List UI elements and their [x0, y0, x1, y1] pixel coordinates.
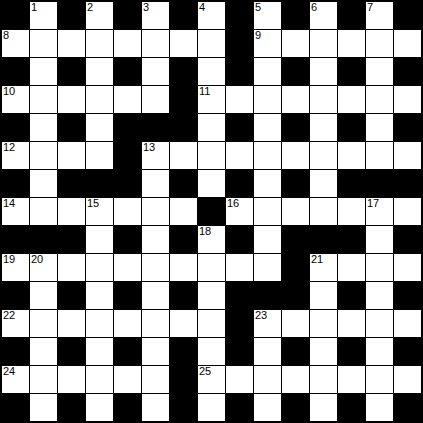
white-cell-r9-c13[interactable] — [366, 254, 393, 281]
white-cell-r4-c1[interactable] — [30, 114, 57, 141]
white-cell-r9-c6[interactable] — [170, 254, 197, 281]
black-cell-r6-c6 — [170, 170, 197, 197]
white-cell-r3-c4[interactable] — [114, 86, 141, 113]
white-cell-r1-c14[interactable] — [394, 30, 421, 57]
white-cell-r5-c11[interactable] — [310, 142, 337, 169]
clue-number-2: 2 — [87, 2, 93, 13]
white-cell-r2-c5[interactable] — [142, 58, 169, 85]
white-cell-r14-c1[interactable] — [30, 394, 57, 421]
white-cell-r7-c2[interactable] — [58, 198, 85, 225]
white-cell-r8-c7[interactable]: 18 — [198, 226, 225, 253]
white-cell-r7-c6[interactable] — [170, 198, 197, 225]
white-cell-r11-c0[interactable]: 22 — [2, 310, 29, 337]
clue-number-11: 11 — [199, 86, 210, 97]
white-cell-r1-c2[interactable] — [58, 30, 85, 57]
white-cell-r13-c1[interactable] — [30, 366, 57, 393]
black-cell-r4-c8 — [226, 114, 253, 141]
white-cell-r3-c8[interactable] — [226, 86, 253, 113]
white-cell-r12-c3[interactable] — [86, 338, 113, 365]
white-cell-r1-c13[interactable] — [366, 30, 393, 57]
white-cell-r11-c9[interactable]: 23 — [254, 310, 281, 337]
black-cell-r2-c12 — [338, 58, 365, 85]
clue-number-4: 4 — [199, 2, 205, 13]
white-cell-r10-c1[interactable] — [30, 282, 57, 309]
white-cell-r4-c13[interactable] — [366, 114, 393, 141]
black-cell-r12-c6 — [170, 338, 197, 365]
black-cell-r6-c13 — [366, 170, 393, 197]
white-cell-r8-c13[interactable] — [366, 226, 393, 253]
black-cell-r10-c6 — [170, 282, 197, 309]
crossword-board: 1234567891011121314151617181920212223242… — [0, 0, 423, 423]
white-cell-r12-c13[interactable] — [366, 338, 393, 365]
black-cell-r6-c12 — [338, 170, 365, 197]
clue-number-14: 14 — [3, 198, 15, 209]
black-cell-r0-c0 — [2, 2, 29, 29]
black-cell-r0-c8 — [226, 2, 253, 29]
black-cell-r7-c7 — [198, 198, 225, 225]
black-cell-r8-c2 — [58, 226, 85, 253]
black-cell-r12-c4 — [114, 338, 141, 365]
white-cell-r13-c10[interactable] — [282, 366, 309, 393]
white-cell-r13-c7[interactable]: 25 — [198, 366, 225, 393]
white-cell-r11-c1[interactable] — [30, 310, 57, 337]
white-cell-r4-c11[interactable] — [310, 114, 337, 141]
white-cell-r4-c9[interactable] — [254, 114, 281, 141]
black-cell-r12-c14 — [394, 338, 421, 365]
white-cell-r1-c12[interactable] — [338, 30, 365, 57]
white-cell-r11-c3[interactable] — [86, 310, 113, 337]
white-cell-r13-c0[interactable]: 24 — [2, 366, 29, 393]
white-cell-r1-c0[interactable]: 8 — [2, 30, 29, 57]
white-cell-r7-c3[interactable]: 15 — [86, 198, 113, 225]
black-cell-r6-c8 — [226, 170, 253, 197]
white-cell-r5-c9[interactable] — [254, 142, 281, 169]
white-cell-r14-c9[interactable] — [254, 394, 281, 421]
white-cell-r10-c3[interactable] — [86, 282, 113, 309]
black-cell-r2-c2 — [58, 58, 85, 85]
black-cell-r8-c6 — [170, 226, 197, 253]
white-cell-r11-c5[interactable] — [142, 310, 169, 337]
black-cell-r0-c14 — [394, 2, 421, 29]
white-cell-r5-c1[interactable] — [30, 142, 57, 169]
white-cell-r7-c1[interactable] — [30, 198, 57, 225]
white-cell-r12-c1[interactable] — [30, 338, 57, 365]
white-cell-r2-c7[interactable] — [198, 58, 225, 85]
black-cell-r14-c8 — [226, 394, 253, 421]
white-cell-r7-c8[interactable]: 16 — [226, 198, 253, 225]
black-cell-r4-c5 — [142, 114, 169, 141]
white-cell-r5-c7[interactable] — [198, 142, 225, 169]
white-cell-r14-c5[interactable] — [142, 394, 169, 421]
white-cell-r14-c13[interactable] — [366, 394, 393, 421]
white-cell-r14-c3[interactable] — [86, 394, 113, 421]
white-cell-r9-c3[interactable] — [86, 254, 113, 281]
white-cell-r9-c11[interactable]: 21 — [310, 254, 337, 281]
white-cell-r6-c11[interactable] — [310, 170, 337, 197]
black-cell-r2-c6 — [170, 58, 197, 85]
black-cell-r12-c0 — [2, 338, 29, 365]
black-cell-r3-c6 — [170, 86, 197, 113]
white-cell-r11-c12[interactable] — [338, 310, 365, 337]
clue-number-15: 15 — [87, 198, 99, 209]
clue-number-24: 24 — [3, 366, 15, 377]
black-cell-r6-c3 — [86, 170, 113, 197]
clue-number-1: 1 — [31, 2, 37, 13]
white-cell-r5-c2[interactable] — [58, 142, 85, 169]
white-cell-r12-c11[interactable] — [310, 338, 337, 365]
white-cell-r9-c9[interactable] — [254, 254, 281, 281]
white-cell-r12-c5[interactable] — [142, 338, 169, 365]
black-cell-r4-c14 — [394, 114, 421, 141]
white-cell-r0-c9[interactable]: 5 — [254, 2, 281, 29]
white-cell-r3-c13[interactable] — [366, 86, 393, 113]
black-cell-r10-c2 — [58, 282, 85, 309]
white-cell-r13-c2[interactable] — [58, 366, 85, 393]
black-cell-r10-c9 — [254, 282, 281, 309]
black-cell-r12-c8 — [226, 338, 253, 365]
clue-number-25: 25 — [199, 366, 211, 377]
white-cell-r8-c5[interactable] — [142, 226, 169, 253]
white-cell-r2-c3[interactable] — [86, 58, 113, 85]
white-cell-r0-c13[interactable]: 7 — [366, 2, 393, 29]
white-cell-r3-c12[interactable] — [338, 86, 365, 113]
white-cell-r0-c5[interactable]: 3 — [142, 2, 169, 29]
clue-number-19: 19 — [3, 254, 15, 265]
black-cell-r4-c6 — [170, 114, 197, 141]
black-cell-r0-c12 — [338, 2, 365, 29]
white-cell-r5-c3[interactable] — [86, 142, 113, 169]
clue-number-18: 18 — [199, 226, 211, 237]
black-cell-r6-c2 — [58, 170, 85, 197]
white-cell-r1-c7[interactable] — [198, 30, 225, 57]
white-cell-r0-c3[interactable]: 2 — [86, 2, 113, 29]
black-cell-r11-c8 — [226, 310, 253, 337]
white-cell-r13-c13[interactable] — [366, 366, 393, 393]
white-cell-r10-c5[interactable] — [142, 282, 169, 309]
clue-number-20: 20 — [31, 254, 43, 265]
white-cell-r9-c1[interactable]: 20 — [30, 254, 57, 281]
black-cell-r0-c2 — [58, 2, 85, 29]
black-cell-r8-c14 — [394, 226, 421, 253]
white-cell-r7-c10[interactable] — [282, 198, 309, 225]
white-cell-r3-c1[interactable] — [30, 86, 57, 113]
white-cell-r2-c9[interactable] — [254, 58, 281, 85]
black-cell-r2-c10 — [282, 58, 309, 85]
white-cell-r1-c10[interactable] — [282, 30, 309, 57]
black-cell-r12-c2 — [58, 338, 85, 365]
black-cell-r2-c14 — [394, 58, 421, 85]
black-cell-r6-c4 — [114, 170, 141, 197]
white-cell-r3-c5[interactable] — [142, 86, 169, 113]
white-cell-r10-c7[interactable] — [198, 282, 225, 309]
black-cell-r2-c8 — [226, 58, 253, 85]
black-cell-r5-c4 — [114, 142, 141, 169]
black-cell-r4-c12 — [338, 114, 365, 141]
black-cell-r14-c12 — [338, 394, 365, 421]
white-cell-r9-c12[interactable] — [338, 254, 365, 281]
white-cell-r1-c1[interactable] — [30, 30, 57, 57]
white-cell-r6-c7[interactable] — [198, 170, 225, 197]
white-cell-r5-c0[interactable]: 12 — [2, 142, 29, 169]
white-cell-r3-c11[interactable] — [310, 86, 337, 113]
white-cell-r4-c3[interactable] — [86, 114, 113, 141]
clue-number-22: 22 — [3, 310, 15, 321]
clue-number-5: 5 — [255, 2, 261, 13]
white-cell-r4-c7[interactable] — [198, 114, 225, 141]
white-cell-r1-c9[interactable]: 9 — [254, 30, 281, 57]
black-cell-r8-c0 — [2, 226, 29, 253]
black-cell-r10-c10 — [282, 282, 309, 309]
clue-number-6: 6 — [311, 2, 317, 13]
white-cell-r6-c5[interactable] — [142, 170, 169, 197]
black-cell-r10-c12 — [338, 282, 365, 309]
white-cell-r5-c8[interactable] — [226, 142, 253, 169]
white-cell-r3-c9[interactable] — [254, 86, 281, 113]
white-cell-r0-c1[interactable]: 1 — [30, 2, 57, 29]
black-cell-r8-c12 — [338, 226, 365, 253]
white-cell-r7-c5[interactable] — [142, 198, 169, 225]
white-cell-r8-c3[interactable] — [86, 226, 113, 253]
black-cell-r13-c6 — [170, 366, 197, 393]
white-cell-r6-c1[interactable] — [30, 170, 57, 197]
white-cell-r9-c2[interactable] — [58, 254, 85, 281]
white-cell-r7-c13[interactable]: 17 — [366, 198, 393, 225]
black-cell-r8-c10 — [282, 226, 309, 253]
white-cell-r1-c4[interactable] — [114, 30, 141, 57]
white-cell-r7-c12[interactable] — [338, 198, 365, 225]
clue-number-21: 21 — [311, 254, 323, 265]
white-cell-r11-c13[interactable] — [366, 310, 393, 337]
black-cell-r1-c8 — [226, 30, 253, 57]
white-cell-r11-c11[interactable] — [310, 310, 337, 337]
white-cell-r14-c7[interactable] — [198, 394, 225, 421]
black-cell-r14-c2 — [58, 394, 85, 421]
white-cell-r0-c7[interactable]: 4 — [198, 2, 225, 29]
white-cell-r1-c6[interactable] — [170, 30, 197, 57]
black-cell-r14-c10 — [282, 394, 309, 421]
white-cell-r3-c14[interactable] — [394, 86, 421, 113]
clue-number-8: 8 — [3, 30, 9, 41]
white-cell-r2-c1[interactable] — [30, 58, 57, 85]
white-cell-r5-c10[interactable] — [282, 142, 309, 169]
white-cell-r1-c3[interactable] — [86, 30, 113, 57]
black-cell-r12-c12 — [338, 338, 365, 365]
white-cell-r3-c2[interactable] — [58, 86, 85, 113]
black-cell-r2-c4 — [114, 58, 141, 85]
black-cell-r4-c0 — [2, 114, 29, 141]
black-cell-r0-c6 — [170, 2, 197, 29]
clue-number-3: 3 — [143, 2, 149, 13]
white-cell-r9-c14[interactable] — [394, 254, 421, 281]
white-cell-r13-c11[interactable] — [310, 366, 337, 393]
white-cell-r5-c14[interactable] — [394, 142, 421, 169]
black-cell-r8-c4 — [114, 226, 141, 253]
white-cell-r12-c7[interactable] — [198, 338, 225, 365]
white-cell-r1-c5[interactable] — [142, 30, 169, 57]
white-cell-r5-c6[interactable] — [170, 142, 197, 169]
white-cell-r10-c11[interactable] — [310, 282, 337, 309]
white-cell-r14-c11[interactable] — [310, 394, 337, 421]
white-cell-r9-c8[interactable] — [226, 254, 253, 281]
black-cell-r10-c0 — [2, 282, 29, 309]
white-cell-r7-c11[interactable] — [310, 198, 337, 225]
white-cell-r0-c11[interactable]: 6 — [310, 2, 337, 29]
clue-number-13: 13 — [143, 142, 155, 153]
white-cell-r3-c7[interactable]: 11 — [198, 86, 225, 113]
clue-number-7: 7 — [367, 2, 373, 13]
white-cell-r13-c3[interactable] — [86, 366, 113, 393]
white-cell-r13-c9[interactable] — [254, 366, 281, 393]
black-cell-r6-c10 — [282, 170, 309, 197]
white-cell-r9-c0[interactable]: 19 — [2, 254, 29, 281]
black-cell-r9-c10 — [282, 254, 309, 281]
white-cell-r13-c12[interactable] — [338, 366, 365, 393]
white-cell-r12-c9[interactable] — [254, 338, 281, 365]
black-cell-r4-c2 — [58, 114, 85, 141]
white-cell-r3-c0[interactable]: 10 — [2, 86, 29, 113]
white-cell-r9-c5[interactable] — [142, 254, 169, 281]
white-cell-r2-c11[interactable] — [310, 58, 337, 85]
black-cell-r0-c4 — [114, 2, 141, 29]
white-cell-r11-c10[interactable] — [282, 310, 309, 337]
black-cell-r6-c0 — [2, 170, 29, 197]
white-cell-r7-c14[interactable] — [394, 198, 421, 225]
white-cell-r10-c13[interactable] — [366, 282, 393, 309]
white-cell-r1-c11[interactable] — [310, 30, 337, 57]
black-cell-r8-c8 — [226, 226, 253, 253]
white-cell-r9-c7[interactable] — [198, 254, 225, 281]
black-cell-r0-c10 — [282, 2, 309, 29]
white-cell-r3-c3[interactable] — [86, 86, 113, 113]
white-cell-r13-c8[interactable] — [226, 366, 253, 393]
white-cell-r2-c13[interactable] — [366, 58, 393, 85]
white-cell-r3-c10[interactable] — [282, 86, 309, 113]
clue-number-17: 17 — [367, 198, 379, 209]
white-cell-r5-c5[interactable]: 13 — [142, 142, 169, 169]
white-cell-r11-c14[interactable] — [394, 310, 421, 337]
white-cell-r7-c0[interactable]: 14 — [2, 198, 29, 225]
clue-number-23: 23 — [255, 310, 267, 321]
white-cell-r5-c13[interactable] — [366, 142, 393, 169]
white-cell-r11-c6[interactable] — [170, 310, 197, 337]
white-cell-r13-c5[interactable] — [142, 366, 169, 393]
black-cell-r6-c14 — [394, 170, 421, 197]
white-cell-r6-c9[interactable] — [254, 170, 281, 197]
black-cell-r8-c11 — [310, 226, 337, 253]
white-cell-r13-c4[interactable] — [114, 366, 141, 393]
black-cell-r14-c4 — [114, 394, 141, 421]
black-cell-r10-c4 — [114, 282, 141, 309]
clue-number-12: 12 — [3, 142, 15, 153]
black-cell-r14-c0 — [2, 394, 29, 421]
clue-number-16: 16 — [227, 198, 239, 209]
black-cell-r14-c14 — [394, 394, 421, 421]
black-cell-r8-c1 — [30, 226, 57, 253]
black-cell-r10-c8 — [226, 282, 253, 309]
black-cell-r12-c10 — [282, 338, 309, 365]
white-cell-r7-c9[interactable] — [254, 198, 281, 225]
black-cell-r2-c0 — [2, 58, 29, 85]
white-cell-r7-c4[interactable] — [114, 198, 141, 225]
white-cell-r11-c4[interactable] — [114, 310, 141, 337]
white-cell-r11-c2[interactable] — [58, 310, 85, 337]
white-cell-r9-c4[interactable] — [114, 254, 141, 281]
white-cell-r13-c14[interactable] — [394, 366, 421, 393]
white-cell-r11-c7[interactable] — [198, 310, 225, 337]
white-cell-r5-c12[interactable] — [338, 142, 365, 169]
black-cell-r14-c6 — [170, 394, 197, 421]
black-cell-r4-c4 — [114, 114, 141, 141]
clue-number-9: 9 — [255, 30, 261, 41]
clue-number-10: 10 — [3, 86, 15, 97]
white-cell-r8-c9[interactable] — [254, 226, 281, 253]
black-cell-r10-c14 — [394, 282, 421, 309]
black-cell-r4-c10 — [282, 114, 309, 141]
